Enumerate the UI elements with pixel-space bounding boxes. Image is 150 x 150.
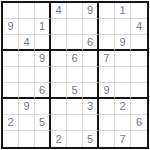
cell-r9c7[interactable] <box>99 131 115 147</box>
given-digit: 9 <box>23 101 29 112</box>
cell-r1c7[interactable] <box>99 3 115 19</box>
cell-r4c3[interactable]: 9 <box>35 51 51 67</box>
cell-r9c6[interactable]: 5 <box>83 131 99 147</box>
given-digit: 5 <box>71 85 77 96</box>
given-digit: 1 <box>119 5 125 16</box>
cell-r7c5[interactable] <box>67 99 83 115</box>
given-digit: 6 <box>39 85 45 96</box>
given-digit: 2 <box>55 134 61 145</box>
cell-r6c6[interactable] <box>83 83 99 99</box>
cell-r5c2[interactable] <box>19 67 35 83</box>
given-digit: 9 <box>39 53 45 64</box>
cell-r3c1[interactable] <box>3 35 19 51</box>
cell-r5c4[interactable] <box>51 67 67 83</box>
cell-r4c2[interactable] <box>19 51 35 67</box>
cell-r5c1[interactable] <box>3 67 19 83</box>
cell-r3c5[interactable] <box>67 35 83 51</box>
cell-r6c1[interactable] <box>3 83 19 99</box>
given-digit: 9 <box>7 21 13 32</box>
cell-r7c2[interactable]: 9 <box>19 99 35 115</box>
cell-r8c3[interactable]: 5 <box>35 115 51 131</box>
cell-r2c8[interactable] <box>115 19 131 35</box>
cell-r3c6[interactable]: 6 <box>83 35 99 51</box>
cell-r2c4[interactable] <box>51 19 67 35</box>
cell-r2c6[interactable] <box>83 19 99 35</box>
cell-r6c8[interactable] <box>115 83 131 99</box>
given-digit: 6 <box>87 37 93 48</box>
cell-r6c9[interactable] <box>131 83 147 99</box>
cell-r1c5[interactable] <box>67 3 83 19</box>
given-digit: 5 <box>87 134 93 145</box>
cell-r7c3[interactable] <box>35 99 51 115</box>
cell-r8c8[interactable] <box>115 115 131 131</box>
cell-r6c3[interactable]: 6 <box>35 83 51 99</box>
cell-r2c1[interactable]: 9 <box>3 19 19 35</box>
cell-r7c4[interactable] <box>51 99 67 115</box>
cell-r1c8[interactable]: 1 <box>115 3 131 19</box>
cell-r2c3[interactable]: 1 <box>35 19 51 35</box>
cell-r2c5[interactable] <box>67 19 83 35</box>
given-digit: 4 <box>23 37 29 48</box>
cell-r2c7[interactable] <box>99 19 115 35</box>
cell-r7c1[interactable] <box>3 99 19 115</box>
given-digit: 7 <box>103 53 109 64</box>
cell-r3c4[interactable] <box>51 35 67 51</box>
cell-r8c2[interactable] <box>19 115 35 131</box>
cell-r8c5[interactable] <box>67 115 83 131</box>
cell-r1c3[interactable] <box>35 3 51 19</box>
cell-r6c5[interactable]: 5 <box>67 83 83 99</box>
cell-r8c7[interactable] <box>99 115 115 131</box>
cell-r4c5[interactable]: 6 <box>67 51 83 67</box>
cell-r4c7[interactable]: 7 <box>99 51 115 67</box>
cell-r8c4[interactable] <box>51 115 67 131</box>
cell-r4c8[interactable] <box>115 51 131 67</box>
cell-r3c8[interactable]: 9 <box>115 35 131 51</box>
cell-r9c3[interactable] <box>35 131 51 147</box>
given-digit: 4 <box>136 21 142 32</box>
cell-r7c7[interactable] <box>99 99 115 115</box>
cell-r6c2[interactable] <box>19 83 35 99</box>
cell-r5c9[interactable] <box>131 67 147 83</box>
cell-r2c2[interactable] <box>19 19 35 35</box>
cell-r9c4[interactable]: 2 <box>51 131 67 147</box>
cell-r1c2[interactable] <box>19 3 35 19</box>
cell-r5c7[interactable] <box>99 67 115 83</box>
cell-r7c8[interactable]: 2 <box>115 99 131 115</box>
cell-r6c7[interactable]: 9 <box>99 83 115 99</box>
cell-r1c4[interactable]: 4 <box>51 3 67 19</box>
cell-r1c6[interactable]: 9 <box>83 3 99 19</box>
cell-r3c7[interactable] <box>99 35 115 51</box>
given-digit: 6 <box>136 117 142 128</box>
given-digit: 9 <box>119 37 125 48</box>
given-digit: 2 <box>7 117 13 128</box>
sudoku-board: 491914469967659932256257 <box>1 1 149 149</box>
given-digit: 9 <box>87 5 93 16</box>
cell-r7c6[interactable]: 3 <box>83 99 99 115</box>
cell-r6c4[interactable] <box>51 83 67 99</box>
given-digit: 4 <box>55 5 61 16</box>
cell-r2c9[interactable]: 4 <box>131 19 147 35</box>
cell-r9c1[interactable] <box>3 131 19 147</box>
cell-r8c6[interactable] <box>83 115 99 131</box>
cell-r9c9[interactable] <box>131 131 147 147</box>
given-digit: 6 <box>71 53 77 64</box>
cell-r7c9[interactable] <box>131 99 147 115</box>
cell-r9c8[interactable]: 7 <box>115 131 131 147</box>
given-digit: 2 <box>119 101 125 112</box>
cell-r8c9[interactable]: 6 <box>131 115 147 131</box>
cell-r9c5[interactable] <box>67 131 83 147</box>
cell-r4c1[interactable] <box>3 51 19 67</box>
cell-r3c2[interactable]: 4 <box>19 35 35 51</box>
cell-r4c4[interactable] <box>51 51 67 67</box>
cell-r4c9[interactable] <box>131 51 147 67</box>
cell-r5c5[interactable] <box>67 67 83 83</box>
cell-r8c1[interactable]: 2 <box>3 115 19 131</box>
cell-r5c8[interactable] <box>115 67 131 83</box>
cell-r9c2[interactable] <box>19 131 35 147</box>
cell-r1c9[interactable] <box>131 3 147 19</box>
given-digit: 5 <box>39 117 45 128</box>
given-digit: 9 <box>103 85 109 96</box>
cell-r5c3[interactable] <box>35 67 51 83</box>
cell-r1c1[interactable] <box>3 3 19 19</box>
cell-r5c6[interactable] <box>83 67 99 83</box>
given-digit: 3 <box>87 101 93 112</box>
cell-r3c9[interactable] <box>131 35 147 51</box>
given-digit: 7 <box>119 134 125 145</box>
given-digit: 1 <box>39 21 45 32</box>
cell-r3c3[interactable] <box>35 35 51 51</box>
cell-r4c6[interactable] <box>83 51 99 67</box>
